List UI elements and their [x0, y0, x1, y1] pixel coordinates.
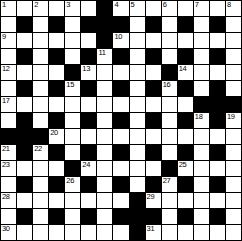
cell-r2c8[interactable]	[130, 33, 145, 48]
cell-r8c11[interactable]	[178, 129, 193, 144]
cell-r10c2[interactable]	[33, 161, 48, 176]
cell-r3c4[interactable]	[65, 49, 80, 64]
cell-r13c0[interactable]	[1, 209, 16, 224]
black-cell-r5c13	[210, 81, 225, 96]
cell-r6c2[interactable]	[33, 97, 48, 112]
black-cell-r9c1	[17, 145, 32, 160]
cell-r7c2[interactable]	[33, 113, 48, 128]
black-cell-r10c4	[65, 161, 80, 176]
black-cell-r3c1	[17, 49, 32, 64]
black-cell-r13c3	[49, 209, 64, 224]
cell-r2c11[interactable]	[178, 33, 193, 48]
cell-r8c6[interactable]	[97, 129, 112, 144]
cell-r5c4[interactable]: 15	[65, 81, 80, 96]
cell-r7c6[interactable]	[97, 113, 112, 128]
cell-r11c6[interactable]	[97, 177, 112, 192]
black-cell-r5c3	[49, 81, 64, 96]
cell-r5c6[interactable]	[97, 81, 112, 96]
clue-number-1: 1	[2, 1, 6, 9]
black-cell-r1c7	[113, 17, 128, 32]
black-cell-r5c9	[146, 81, 161, 96]
cell-r1c0[interactable]	[1, 17, 16, 32]
cell-r8c9[interactable]	[146, 129, 161, 144]
cell-r4c0[interactable]: 12	[1, 65, 16, 80]
cell-r12c6[interactable]	[97, 193, 112, 208]
cell-r2c2[interactable]	[33, 33, 48, 48]
black-cell-r2c6	[97, 33, 112, 48]
clue-number-31: 31	[147, 225, 155, 233]
black-cell-r9c13	[210, 145, 225, 160]
clue-number-15: 15	[66, 81, 74, 89]
cell-r6c1[interactable]	[17, 97, 32, 112]
cell-r10c6[interactable]	[97, 161, 112, 176]
black-cell-r14c8	[130, 225, 145, 240]
clue-number-13: 13	[82, 65, 90, 73]
cell-r10c0[interactable]: 23	[1, 161, 16, 176]
black-cell-r1c3	[49, 17, 64, 32]
cell-r2c3[interactable]	[49, 33, 64, 48]
cell-r14c10[interactable]	[162, 225, 177, 240]
black-cell-r3c5	[81, 49, 96, 64]
clue-number-25: 25	[179, 161, 187, 169]
cell-r14c9[interactable]: 31	[146, 225, 161, 240]
cell-r14c3[interactable]	[49, 225, 64, 240]
cell-r6c5[interactable]	[81, 97, 96, 112]
black-cell-r7c9	[146, 113, 161, 128]
cell-r14c2[interactable]	[33, 225, 48, 240]
cell-r0c13[interactable]	[210, 1, 225, 16]
cell-r2c10[interactable]	[162, 33, 177, 48]
cell-r6c3[interactable]	[49, 97, 64, 112]
clue-number-19: 19	[227, 113, 235, 121]
black-cell-r6c13	[210, 97, 225, 112]
clue-number-3: 3	[66, 1, 70, 9]
cell-r11c2[interactable]	[33, 177, 48, 192]
cell-r8c5[interactable]	[81, 129, 96, 144]
clue-number-10: 10	[114, 33, 122, 41]
black-cell-r4c10	[162, 65, 177, 80]
cell-r14c11[interactable]	[178, 225, 193, 240]
black-cell-r11c7	[113, 177, 128, 192]
cell-r6c6[interactable]	[97, 97, 112, 112]
clue-number-16: 16	[163, 81, 171, 89]
cell-r3c14[interactable]	[226, 49, 241, 64]
black-cell-r11c5	[81, 177, 96, 192]
black-cell-r4c4	[65, 65, 80, 80]
cell-r2c4[interactable]	[65, 33, 80, 48]
black-cell-r13c1	[17, 209, 32, 224]
black-cell-r7c13	[210, 113, 225, 128]
cell-r12c13[interactable]	[210, 193, 225, 208]
cell-r0c2[interactable]: 2	[33, 1, 48, 16]
clue-number-21: 21	[2, 145, 10, 153]
black-cell-r13c11	[178, 209, 193, 224]
cell-r12c5[interactable]	[81, 193, 96, 208]
cell-r12c4[interactable]	[65, 193, 80, 208]
cell-r4c7[interactable]	[113, 65, 128, 80]
black-cell-r11c13	[210, 177, 225, 192]
clue-number-17: 17	[2, 97, 10, 105]
black-cell-r11c1	[17, 177, 32, 192]
cell-r5c0[interactable]	[1, 81, 16, 96]
cell-r9c0[interactable]: 21	[1, 145, 16, 160]
black-cell-r9c9	[146, 145, 161, 160]
cell-r12c3[interactable]	[49, 193, 64, 208]
clue-number-6: 6	[163, 1, 167, 9]
black-cell-r1c11	[178, 17, 193, 32]
cell-r13c10[interactable]	[162, 209, 177, 224]
black-cell-r6c14	[226, 97, 241, 112]
clue-number-26: 26	[66, 177, 74, 185]
black-cell-r1c9	[146, 17, 161, 32]
cell-r5c2[interactable]	[33, 81, 48, 96]
cell-r3c6[interactable]: 11	[97, 49, 112, 64]
cell-r13c12[interactable]	[194, 209, 209, 224]
cell-r10c13[interactable]	[210, 161, 225, 176]
cell-r7c8[interactable]	[130, 113, 145, 128]
cell-r11c0[interactable]	[1, 177, 16, 192]
black-cell-r7c1	[17, 113, 32, 128]
cell-r0c7[interactable]: 4	[113, 1, 128, 16]
cell-r10c9[interactable]	[146, 161, 161, 176]
cell-r4c6[interactable]	[97, 65, 112, 80]
crossword-grid: 1234567891011121314151617181920212223242…	[0, 0, 242, 241]
black-cell-r8c0	[1, 129, 16, 144]
cell-r6c4[interactable]	[65, 97, 80, 112]
cell-r6c10[interactable]	[162, 97, 177, 112]
cell-r3c0[interactable]	[1, 49, 16, 64]
cell-r7c0[interactable]	[1, 113, 16, 128]
cell-r13c4[interactable]	[65, 209, 80, 224]
cell-r9c8[interactable]	[130, 145, 145, 160]
clue-number-11: 11	[98, 49, 105, 57]
black-cell-r9c3	[49, 145, 64, 160]
cell-r4c1[interactable]	[17, 65, 32, 80]
cell-r12c10[interactable]	[162, 193, 177, 208]
cell-r14c5[interactable]	[81, 225, 96, 240]
cell-r4c3[interactable]	[49, 65, 64, 80]
cell-r10c8[interactable]	[130, 161, 145, 176]
clue-number-20: 20	[50, 129, 58, 137]
cell-r10c1[interactable]	[17, 161, 32, 176]
cell-r10c11[interactable]: 25	[178, 161, 193, 176]
cell-r10c14[interactable]	[226, 161, 241, 176]
black-cell-r9c11	[178, 145, 193, 160]
cell-r12c11[interactable]	[178, 193, 193, 208]
cell-r1c2[interactable]	[33, 17, 48, 32]
clue-number-8: 8	[227, 1, 231, 9]
cell-r9c14[interactable]	[226, 145, 241, 160]
black-cell-r13c9	[146, 209, 161, 224]
cell-r11c8[interactable]	[130, 177, 145, 192]
cell-r12c12[interactable]	[194, 193, 209, 208]
black-cell-r11c11	[178, 177, 193, 192]
clue-number-7: 7	[195, 1, 199, 9]
crossword-puzzle: 1234567891011121314151617181920212223242…	[0, 0, 242, 241]
cell-r10c12[interactable]	[194, 161, 209, 176]
cell-r3c10[interactable]	[162, 49, 177, 64]
clue-number-2: 2	[34, 1, 38, 9]
black-cell-r1c5	[81, 17, 96, 32]
black-cell-r3c3	[49, 49, 64, 64]
cell-r9c6[interactable]	[97, 145, 112, 160]
clue-number-14: 14	[179, 65, 187, 73]
cell-r4c11[interactable]: 14	[178, 65, 193, 80]
cell-r4c2[interactable]	[33, 65, 48, 80]
black-cell-r8c1	[17, 129, 32, 144]
cell-r2c12[interactable]	[194, 33, 209, 48]
cell-r0c12[interactable]: 7	[194, 1, 209, 16]
clue-number-22: 22	[34, 145, 42, 153]
black-cell-r7c11	[178, 113, 193, 128]
black-cell-r3c9	[146, 49, 161, 64]
clue-number-18: 18	[195, 113, 203, 121]
cell-r5c14[interactable]	[226, 81, 241, 96]
black-cell-r5c7	[113, 81, 128, 96]
black-cell-r11c3	[49, 177, 64, 192]
cell-r0c8[interactable]: 5	[130, 1, 145, 16]
black-cell-r3c13	[210, 49, 225, 64]
black-cell-r10c10	[162, 161, 177, 176]
cell-r8c13[interactable]	[210, 129, 225, 144]
cell-r0c5[interactable]	[81, 1, 96, 16]
cell-r2c14[interactable]	[226, 33, 241, 48]
cell-r3c8[interactable]	[130, 49, 145, 64]
clue-number-12: 12	[2, 65, 10, 73]
cell-r10c3[interactable]	[49, 161, 64, 176]
cell-r8c3[interactable]: 20	[49, 129, 64, 144]
cell-r7c14[interactable]: 19	[226, 113, 241, 128]
cell-r14c1[interactable]	[17, 225, 32, 240]
cell-r0c14[interactable]: 8	[226, 1, 241, 16]
clue-number-27: 27	[163, 177, 171, 185]
clue-number-23: 23	[2, 161, 10, 169]
black-cell-r5c5	[81, 81, 96, 96]
cell-r7c4[interactable]	[65, 113, 80, 128]
clue-number-4: 4	[114, 1, 118, 9]
cell-r14c13[interactable]	[210, 225, 225, 240]
cell-r10c7[interactable]	[113, 161, 128, 176]
cell-r6c11[interactable]	[178, 97, 193, 112]
black-cell-r3c7	[113, 49, 128, 64]
cell-r9c2[interactable]: 22	[33, 145, 48, 160]
black-cell-r9c7	[113, 145, 128, 160]
cell-r12c7[interactable]	[113, 193, 128, 208]
cell-r14c12[interactable]	[194, 225, 209, 240]
cell-r1c12[interactable]	[194, 17, 209, 32]
cell-r13c2[interactable]	[33, 209, 48, 224]
cell-r0c9[interactable]	[146, 1, 161, 16]
cell-r6c0[interactable]: 17	[1, 97, 16, 112]
black-cell-r5c1	[17, 81, 32, 96]
cell-r1c8[interactable]	[130, 17, 145, 32]
black-cell-r3c11	[178, 49, 193, 64]
cell-r2c1[interactable]	[17, 33, 32, 48]
cell-r7c12[interactable]: 18	[194, 113, 209, 128]
cell-r11c14[interactable]	[226, 177, 241, 192]
cell-r2c7[interactable]: 10	[113, 33, 128, 48]
clue-number-5: 5	[131, 1, 135, 9]
cell-r10c5[interactable]: 24	[81, 161, 96, 176]
cell-r12c0[interactable]: 28	[1, 193, 16, 208]
cell-r3c2[interactable]	[33, 49, 48, 64]
black-cell-r6c12	[194, 97, 209, 112]
black-cell-r1c6	[97, 17, 112, 32]
black-cell-r0c6	[97, 1, 112, 16]
black-cell-r7c5	[81, 113, 96, 128]
cell-r13c6[interactable]	[97, 209, 112, 224]
cell-r8c7[interactable]	[113, 129, 128, 144]
cell-r8c12[interactable]	[194, 129, 209, 144]
cell-r0c10[interactable]: 6	[162, 1, 177, 16]
black-cell-r13c5	[81, 209, 96, 224]
clue-number-28: 28	[2, 193, 10, 201]
cell-r4c9[interactable]	[146, 65, 161, 80]
clue-number-30: 30	[2, 225, 10, 233]
cell-r0c3[interactable]	[49, 1, 64, 16]
cell-r5c8[interactable]	[130, 81, 145, 96]
cell-r12c1[interactable]	[17, 193, 32, 208]
black-cell-r13c8	[130, 209, 145, 224]
cell-r5c10[interactable]: 16	[162, 81, 177, 96]
cell-r1c4[interactable]	[65, 17, 80, 32]
cell-r4c5[interactable]: 13	[81, 65, 96, 80]
black-cell-r13c7	[113, 209, 128, 224]
cell-r4c12[interactable]	[194, 65, 209, 80]
cell-r1c14[interactable]	[226, 17, 241, 32]
cell-r14c4[interactable]	[65, 225, 80, 240]
black-cell-r13c13	[210, 209, 225, 224]
cell-r2c5[interactable]	[81, 33, 96, 48]
cell-r6c9[interactable]	[146, 97, 161, 112]
cell-r4c8[interactable]	[130, 65, 145, 80]
cell-r3c12[interactable]	[194, 49, 209, 64]
cell-r2c9[interactable]	[146, 33, 161, 48]
black-cell-r12c8	[130, 193, 145, 208]
cell-r0c4[interactable]: 3	[65, 1, 80, 16]
cell-r9c12[interactable]	[194, 145, 209, 160]
cell-r1c10[interactable]	[162, 17, 177, 32]
cell-r8c10[interactable]	[162, 129, 177, 144]
cell-r14c0[interactable]: 30	[1, 225, 16, 240]
cell-r14c7[interactable]	[113, 225, 128, 240]
cell-r9c10[interactable]	[162, 145, 177, 160]
cell-r9c4[interactable]	[65, 145, 80, 160]
cell-r5c12[interactable]	[194, 81, 209, 96]
black-cell-r1c1	[17, 17, 32, 32]
clue-number-9: 9	[2, 33, 6, 41]
cell-r13c14[interactable]	[226, 209, 241, 224]
cell-r4c13[interactable]	[210, 65, 225, 80]
black-cell-r5c11	[178, 81, 193, 96]
cell-r11c12[interactable]	[194, 177, 209, 192]
cell-r0c0[interactable]: 1	[1, 1, 16, 16]
black-cell-r11c9	[146, 177, 161, 192]
cell-r6c8[interactable]	[130, 97, 145, 112]
cell-r8c4[interactable]	[65, 129, 80, 144]
cell-r8c14[interactable]	[226, 129, 241, 144]
black-cell-r9c5	[81, 145, 96, 160]
cell-r2c13[interactable]	[210, 33, 225, 48]
cell-r2c0[interactable]: 9	[1, 33, 16, 48]
cell-r12c9[interactable]: 29	[146, 193, 161, 208]
cell-r7c10[interactable]	[162, 113, 177, 128]
cell-r0c1[interactable]	[17, 1, 32, 16]
cell-r12c2[interactable]	[33, 193, 48, 208]
cell-r8c8[interactable]	[130, 129, 145, 144]
cell-r12c14[interactable]	[226, 193, 241, 208]
black-cell-r7c3	[49, 113, 64, 128]
cell-r11c4[interactable]: 26	[65, 177, 80, 192]
cell-r6c7[interactable]	[113, 97, 128, 112]
cell-r0c11[interactable]	[178, 1, 193, 16]
cell-r14c6[interactable]	[97, 225, 112, 240]
cell-r11c10[interactable]: 27	[162, 177, 177, 192]
black-cell-r1c13	[210, 17, 225, 32]
clue-number-24: 24	[82, 161, 90, 169]
clue-number-29: 29	[147, 193, 155, 201]
black-cell-r8c2	[33, 129, 48, 144]
cell-r14c14[interactable]	[226, 225, 241, 240]
cell-r4c14[interactable]	[226, 65, 241, 80]
black-cell-r7c7	[113, 113, 128, 128]
